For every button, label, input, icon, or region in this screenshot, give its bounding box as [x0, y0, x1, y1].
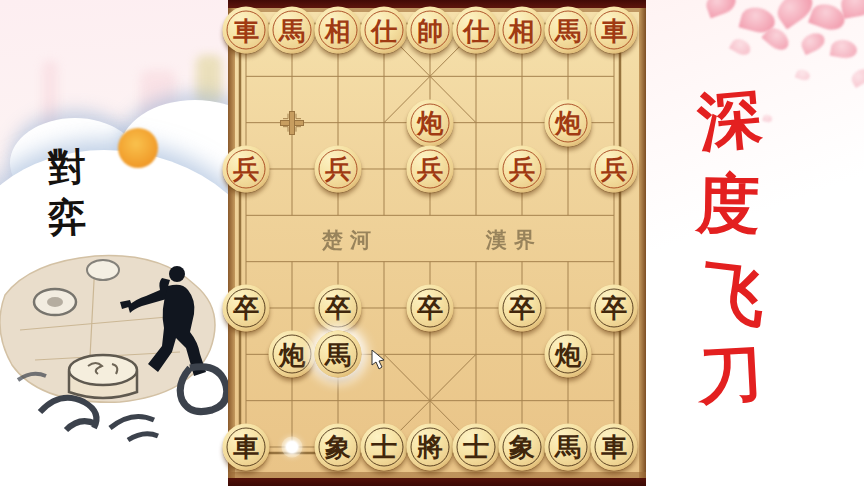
- left-calligraphy-title: 對 弈: [48, 142, 92, 242]
- piece-black-horse[interactable]: 馬: [315, 331, 362, 378]
- piece-glyph: 仕: [463, 17, 489, 43]
- piece-glyph: 仕: [371, 17, 397, 43]
- piece-layer: 車馬相仕帥仕相馬車炮炮兵兵兵兵兵卒卒卒卒卒炮馬炮車象士將士象馬車: [228, 0, 646, 486]
- piece-black-soldier[interactable]: 卒: [223, 284, 270, 331]
- piece-glyph: 象: [325, 434, 351, 460]
- piece-glyph: 將: [417, 434, 443, 460]
- piece-glyph: 炮: [417, 110, 443, 136]
- piece-red-cannon[interactable]: 炮: [545, 99, 592, 146]
- piece-glyph: 兵: [325, 156, 351, 182]
- piece-red-cannon[interactable]: 炮: [407, 99, 454, 146]
- left-title-char: 對: [47, 141, 93, 193]
- right-title-char: 度: [695, 171, 760, 236]
- left-decorative-panel: 對 弈: [0, 0, 228, 486]
- piece-black-elephant[interactable]: 象: [499, 423, 546, 470]
- piece-glyph: 炮: [555, 341, 581, 367]
- piece-glyph: 相: [509, 17, 535, 43]
- piece-glyph: 車: [601, 17, 627, 43]
- right-title-char: 深: [695, 85, 764, 154]
- blossom-petal: [849, 66, 864, 88]
- piece-glyph: 卒: [601, 295, 627, 321]
- piece-black-soldier[interactable]: 卒: [499, 284, 546, 331]
- piece-glyph: 卒: [417, 295, 443, 321]
- piece-black-horse[interactable]: 馬: [545, 423, 592, 470]
- piece-glyph: 卒: [509, 295, 535, 321]
- piece-glyph: 車: [601, 434, 627, 460]
- left-title-char: 弈: [47, 191, 93, 243]
- piece-black-cannon[interactable]: 炮: [545, 331, 592, 378]
- piece-glyph: 炮: [555, 110, 581, 136]
- piece-glyph: 兵: [417, 156, 443, 182]
- sketched-big-piece: [69, 355, 137, 398]
- piece-black-rook[interactable]: 車: [223, 423, 270, 470]
- piece-black-soldier[interactable]: 卒: [591, 284, 638, 331]
- piece-black-rook[interactable]: 車: [591, 423, 638, 470]
- piece-black-king[interactable]: 將: [407, 423, 454, 470]
- piece-red-elephant[interactable]: 相: [499, 7, 546, 54]
- piece-glyph: 兵: [509, 156, 535, 182]
- piece-glyph: 兵: [233, 156, 259, 182]
- piece-red-horse[interactable]: 馬: [269, 7, 316, 54]
- piece-black-elephant[interactable]: 象: [315, 423, 362, 470]
- piece-glyph: 馬: [279, 17, 305, 43]
- foliage-dab: [196, 55, 222, 105]
- piece-glyph: 車: [233, 434, 259, 460]
- piece-glyph: 象: [509, 434, 535, 460]
- piece-black-soldier[interactable]: 卒: [407, 284, 454, 331]
- piece-red-soldier[interactable]: 兵: [315, 145, 362, 192]
- piece-red-horse[interactable]: 馬: [545, 7, 592, 54]
- last-move-origin-dot: [287, 441, 298, 452]
- right-title-char: 刀: [696, 340, 763, 407]
- piece-glyph: 士: [463, 434, 489, 460]
- piece-glyph: 馬: [555, 17, 581, 43]
- piece-black-soldier[interactable]: 卒: [315, 284, 362, 331]
- piece-glyph: 卒: [325, 295, 351, 321]
- piece-glyph: 兵: [601, 156, 627, 182]
- piece-black-advisor[interactable]: 士: [361, 423, 408, 470]
- blossom-petal: [799, 30, 828, 56]
- blossom-petal: [703, 0, 739, 18]
- blossom-petal: [729, 36, 753, 58]
- sketched-stone: [87, 260, 119, 280]
- piece-glyph: 炮: [279, 341, 305, 367]
- piece-glyph: 帥: [417, 17, 443, 43]
- piece-black-cannon[interactable]: 炮: [269, 331, 316, 378]
- piece-red-advisor[interactable]: 仕: [453, 7, 500, 54]
- blossom-petal: [762, 114, 773, 123]
- piece-red-soldier[interactable]: 兵: [407, 145, 454, 192]
- piece-red-rook[interactable]: 車: [591, 7, 638, 54]
- right-decorative-panel: 深 度 飞 刀: [646, 0, 864, 486]
- right-title-char: 飞: [698, 258, 769, 329]
- piece-red-advisor[interactable]: 仕: [361, 7, 408, 54]
- piece-glyph: 士: [371, 434, 397, 460]
- piece-glyph: 馬: [555, 434, 581, 460]
- piece-red-soldier[interactable]: 兵: [591, 145, 638, 192]
- blossom-petal: [795, 68, 812, 82]
- piece-black-advisor[interactable]: 士: [453, 423, 500, 470]
- piece-red-king[interactable]: 帥: [407, 7, 454, 54]
- piece-glyph: 相: [325, 17, 351, 43]
- xiangqi-board[interactable]: 楚河 漢界 車馬相仕帥仕相馬車炮炮兵兵兵兵兵卒卒卒卒卒炮馬炮車象士將士象馬車: [228, 0, 646, 486]
- piece-glyph: 馬: [325, 341, 351, 367]
- blossom-petal: [830, 38, 859, 60]
- piece-red-elephant[interactable]: 相: [315, 7, 362, 54]
- piece-red-rook[interactable]: 車: [223, 7, 270, 54]
- ink-painting: [0, 250, 228, 486]
- sun-icon: [118, 128, 158, 168]
- piece-glyph: 卒: [233, 295, 259, 321]
- last-move-origin-cross: [280, 111, 304, 135]
- piece-glyph: 車: [233, 17, 259, 43]
- piece-red-soldier[interactable]: 兵: [499, 145, 546, 192]
- piece-red-soldier[interactable]: 兵: [223, 145, 270, 192]
- blossom-petal: [839, 0, 864, 19]
